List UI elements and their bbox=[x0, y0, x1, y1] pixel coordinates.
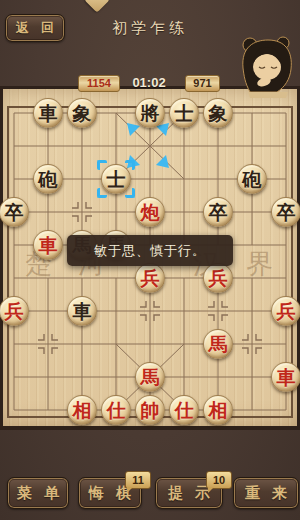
black-score-badge: 971 bbox=[185, 75, 220, 92]
piece-glyph: 仕 bbox=[175, 401, 194, 420]
piece-glyph: 車 bbox=[39, 104, 58, 123]
piece-red-advisor[interactable]: 仕 bbox=[169, 395, 199, 425]
piece-black-chariot[interactable]: 車 bbox=[67, 296, 97, 326]
piece-glyph: 仕 bbox=[107, 401, 126, 420]
piece-glyph: 象 bbox=[73, 104, 92, 123]
piece-black-elephant[interactable]: 象 bbox=[67, 98, 97, 128]
piece-glyph: 象 bbox=[209, 104, 228, 123]
piece-red-horse[interactable]: 馬 bbox=[135, 362, 165, 392]
top-notch-tab[interactable] bbox=[84, 0, 109, 13]
piece-glyph: 車 bbox=[73, 302, 92, 321]
red-score-badge: 1154 bbox=[78, 75, 120, 92]
restart-button-label: 重来 bbox=[245, 484, 299, 503]
piece-glyph: 卒 bbox=[277, 203, 296, 222]
piece-red-advisor[interactable]: 仕 bbox=[101, 395, 131, 425]
undo-button-count-badge: 11 bbox=[125, 471, 151, 489]
piece-glyph: 兵 bbox=[277, 302, 296, 321]
piece-black-elephant[interactable]: 象 bbox=[203, 98, 233, 128]
menu-button-label: 菜单 bbox=[17, 484, 71, 503]
piece-glyph: 士 bbox=[107, 170, 126, 189]
game-screen: 返回 初学乍练 1154 01:02 971 楚河 汉界 車象將士象砲士砲卒卒卒… bbox=[0, 0, 300, 520]
piece-glyph: 兵 bbox=[5, 302, 24, 321]
piece-red-chariot[interactable]: 車 bbox=[33, 230, 63, 260]
piece-red-soldier[interactable]: 兵 bbox=[0, 296, 29, 326]
piece-glyph: 車 bbox=[277, 368, 296, 387]
piece-red-elephant[interactable]: 相 bbox=[67, 395, 97, 425]
opponent-avatar bbox=[230, 34, 300, 102]
undo-button[interactable]: 悔棋11 bbox=[78, 477, 142, 509]
piece-glyph: 兵 bbox=[209, 269, 228, 288]
piece-black-advisor[interactable]: 士 bbox=[101, 164, 131, 194]
restart-button[interactable]: 重来 bbox=[233, 477, 299, 509]
menu-button[interactable]: 菜单 bbox=[7, 477, 69, 509]
piece-glyph: 相 bbox=[209, 401, 228, 420]
piece-glyph: 馬 bbox=[209, 335, 228, 354]
piece-glyph: 帥 bbox=[141, 401, 160, 420]
piece-glyph: 相 bbox=[73, 401, 92, 420]
piece-red-elephant[interactable]: 相 bbox=[203, 395, 233, 425]
piece-glyph: 砲 bbox=[39, 170, 58, 189]
piece-black-chariot[interactable]: 車 bbox=[33, 98, 63, 128]
move-timer: 01:02 bbox=[129, 75, 169, 90]
piece-red-soldier[interactable]: 兵 bbox=[203, 263, 233, 293]
piece-red-chariot[interactable]: 車 bbox=[271, 362, 300, 392]
piece-red-soldier[interactable]: 兵 bbox=[271, 296, 300, 326]
piece-black-soldier[interactable]: 卒 bbox=[0, 197, 29, 227]
piece-glyph: 將 bbox=[141, 104, 160, 123]
piece-glyph: 士 bbox=[175, 104, 194, 123]
piece-black-advisor[interactable]: 士 bbox=[169, 98, 199, 128]
piece-black-general[interactable]: 將 bbox=[135, 98, 165, 128]
piece-black-cannon[interactable]: 砲 bbox=[237, 164, 267, 194]
hint-button-count-badge: 10 bbox=[206, 471, 232, 489]
avatar-illustration bbox=[230, 34, 300, 98]
piece-glyph: 砲 bbox=[243, 170, 262, 189]
piece-glyph: 炮 bbox=[141, 203, 160, 222]
piece-glyph: 卒 bbox=[209, 203, 228, 222]
hint-button[interactable]: 提示10 bbox=[155, 477, 223, 509]
piece-red-soldier[interactable]: 兵 bbox=[135, 263, 165, 293]
piece-glyph: 馬 bbox=[141, 368, 160, 387]
piece-glyph: 卒 bbox=[5, 203, 24, 222]
piece-red-cannon[interactable]: 炮 bbox=[135, 197, 165, 227]
piece-red-general[interactable]: 帥 bbox=[135, 395, 165, 425]
piece-black-soldier[interactable]: 卒 bbox=[203, 197, 233, 227]
piece-red-horse[interactable]: 馬 bbox=[203, 329, 233, 359]
toast-message: 敏于思、慎于行。 bbox=[67, 235, 233, 266]
piece-black-cannon[interactable]: 砲 bbox=[33, 164, 63, 194]
piece-glyph: 兵 bbox=[141, 269, 160, 288]
piece-black-soldier[interactable]: 卒 bbox=[271, 197, 300, 227]
piece-glyph: 車 bbox=[39, 236, 58, 255]
